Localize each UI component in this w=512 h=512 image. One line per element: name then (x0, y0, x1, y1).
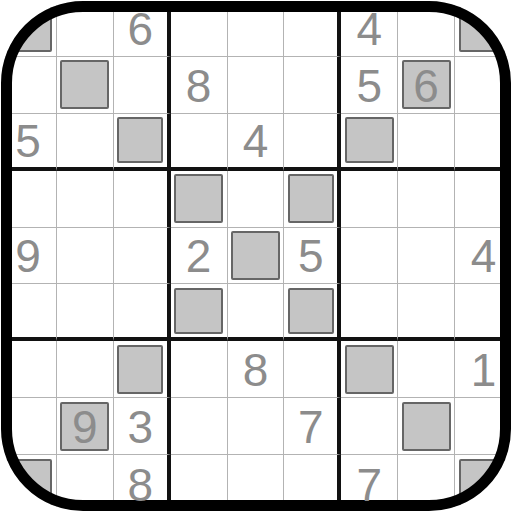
cell-r8c7[interactable] (341, 398, 398, 455)
cell-r8c2[interactable]: 9 (57, 398, 114, 455)
diagonal-shaded-square (4, 4, 53, 53)
cell-r8c9[interactable] (455, 398, 511, 455)
diagonal-shaded-square (459, 4, 509, 53)
cell-r3c1[interactable]: 5 (1, 114, 57, 171)
cell-r9c1[interactable] (1, 455, 57, 511)
cell-r6c3[interactable] (114, 284, 171, 341)
cell-r5c8[interactable] (398, 228, 455, 285)
cell-r2c7[interactable]: 5 (341, 57, 398, 114)
cell-r5c9[interactable]: 4 (455, 228, 511, 285)
cell-r1c9[interactable] (455, 1, 511, 57)
diagonal-shaded-square (4, 459, 53, 509)
cell-r3c7[interactable] (341, 114, 398, 171)
given-digit: 2 (186, 233, 212, 279)
cell-r6c7[interactable] (341, 284, 398, 341)
cell-r4c6[interactable] (284, 171, 341, 228)
cell-r8c8[interactable] (398, 398, 455, 455)
diagonal-shaded-square (402, 402, 451, 451)
cell-r1c6[interactable] (284, 1, 341, 57)
cell-r1c8[interactable] (398, 1, 455, 57)
cell-r9c8[interactable] (398, 455, 455, 511)
cell-r6c4[interactable] (171, 284, 228, 341)
given-digit: 4 (356, 6, 382, 52)
given-digit: 8 (243, 347, 269, 393)
diagonal-shaded-square (174, 174, 223, 223)
board-clip: 648565492548193787 (1, 1, 511, 511)
cell-r5c3[interactable] (114, 228, 171, 285)
diagonal-shaded-square (345, 345, 394, 394)
diagonal-shaded-square (288, 174, 334, 223)
cell-r3c3[interactable] (114, 114, 171, 171)
cell-r3c2[interactable] (57, 114, 114, 171)
cell-r6c6[interactable] (284, 284, 341, 341)
cell-r6c9[interactable] (455, 284, 511, 341)
cell-r5c5[interactable] (228, 228, 285, 285)
cell-r8c1[interactable] (1, 398, 57, 455)
given-digit: 4 (471, 233, 497, 279)
cell-r3c5[interactable]: 4 (228, 114, 285, 171)
cell-r7c6[interactable] (284, 341, 341, 398)
cell-r6c2[interactable] (57, 284, 114, 341)
cell-r1c7[interactable]: 4 (341, 1, 398, 57)
diagonal-shaded-square (459, 459, 509, 509)
cell-r8c3[interactable]: 3 (114, 398, 171, 455)
cell-r1c1[interactable] (1, 1, 57, 57)
given-digit: 5 (356, 63, 382, 109)
cell-r8c5[interactable] (228, 398, 285, 455)
sudoku-app-icon: 648565492548193787 (0, 0, 512, 512)
cell-r7c2[interactable] (57, 341, 114, 398)
cell-r6c5[interactable] (228, 284, 285, 341)
diagonal-shaded-square (174, 288, 223, 334)
cell-r6c1[interactable] (1, 284, 57, 341)
cell-r3c8[interactable] (398, 114, 455, 171)
cell-r7c7[interactable] (341, 341, 398, 398)
cell-r2c2[interactable] (57, 57, 114, 114)
diagonal-shaded-square (288, 288, 334, 334)
given-digit: 4 (243, 118, 269, 164)
cell-r1c5[interactable] (228, 1, 285, 57)
cell-r7c5[interactable]: 8 (228, 341, 285, 398)
cell-r4c2[interactable] (57, 171, 114, 228)
diagonal-shaded-square (60, 60, 109, 109)
given-digit: 3 (127, 404, 153, 450)
cell-r9c9[interactable] (455, 455, 511, 511)
given-digit: 6 (413, 63, 439, 109)
cell-r2c6[interactable] (284, 57, 341, 114)
cell-r9c4[interactable] (171, 455, 228, 511)
cell-r7c9[interactable]: 1 (455, 341, 511, 398)
cell-r7c3[interactable] (114, 341, 171, 398)
cell-r4c8[interactable] (398, 171, 455, 228)
given-digit: 8 (186, 63, 212, 109)
given-digit: 8 (127, 462, 153, 508)
cell-r7c4[interactable] (171, 341, 228, 398)
cell-r5c7[interactable] (341, 228, 398, 285)
given-digit: 7 (356, 462, 382, 508)
given-digit: 1 (471, 347, 497, 393)
cell-r8c4[interactable] (171, 398, 228, 455)
cell-r2c3[interactable] (114, 57, 171, 114)
cell-r4c1[interactable] (1, 171, 57, 228)
diagonal-shaded-square (345, 117, 394, 163)
cell-r5c2[interactable] (57, 228, 114, 285)
cell-r9c7[interactable]: 7 (341, 455, 398, 511)
diagonal-shaded-square (117, 345, 163, 394)
cell-r5c1[interactable]: 9 (1, 228, 57, 285)
cell-r9c2[interactable] (57, 455, 114, 511)
cell-r4c7[interactable] (341, 171, 398, 228)
cell-r4c3[interactable] (114, 171, 171, 228)
cell-r5c6[interactable]: 5 (284, 228, 341, 285)
given-digit: 9 (15, 233, 41, 279)
given-digit: 5 (15, 118, 41, 164)
cell-r4c4[interactable] (171, 171, 228, 228)
given-digit: 9 (72, 404, 98, 450)
cell-r9c5[interactable] (228, 455, 285, 511)
cell-r1c4[interactable] (171, 1, 228, 57)
cell-r4c5[interactable] (228, 171, 285, 228)
cell-r5c4[interactable]: 2 (171, 228, 228, 285)
cell-r9c3[interactable]: 8 (114, 455, 171, 511)
sudoku-grid: 648565492548193787 (1, 1, 511, 511)
cell-r8c6[interactable]: 7 (284, 398, 341, 455)
cell-r4c9[interactable] (455, 171, 511, 228)
cell-r2c4[interactable]: 8 (171, 57, 228, 114)
diagonal-shaded-square (117, 117, 163, 163)
given-digit: 5 (298, 233, 324, 279)
cell-r3c4[interactable] (171, 114, 228, 171)
cell-r2c8[interactable]: 6 (398, 57, 455, 114)
cell-r6c8[interactable] (398, 284, 455, 341)
cell-r7c1[interactable] (1, 341, 57, 398)
given-digit: 7 (298, 404, 324, 450)
cell-r3c6[interactable] (284, 114, 341, 171)
cell-r9c6[interactable] (284, 455, 341, 511)
diagonal-shaded-square (231, 231, 280, 280)
cell-r1c3[interactable]: 6 (114, 1, 171, 57)
cell-r7c8[interactable] (398, 341, 455, 398)
given-digit: 6 (127, 6, 153, 52)
cell-r2c5[interactable] (228, 57, 285, 114)
cell-r1c2[interactable] (57, 1, 114, 57)
cell-r2c1[interactable] (1, 57, 57, 114)
cell-r3c9[interactable] (455, 114, 511, 171)
cell-r2c9[interactable] (455, 57, 511, 114)
